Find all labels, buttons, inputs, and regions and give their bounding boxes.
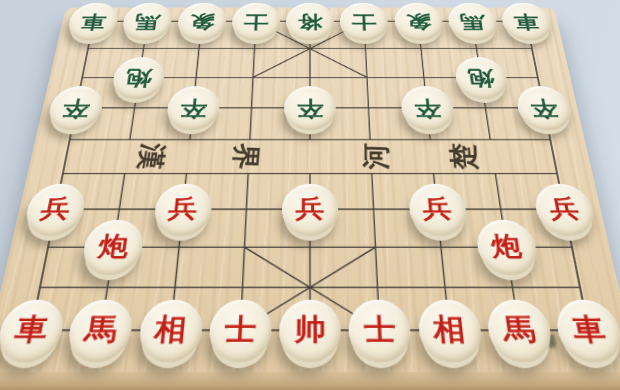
xiangqi-piece[interactable]: 卒	[514, 86, 574, 130]
piece-glyph: 車	[12, 316, 50, 346]
piece-glyph: 帅	[294, 316, 326, 346]
xiangqi-piece[interactable]: 士	[207, 300, 272, 362]
xiangqi-piece[interactable]: 馬	[65, 300, 136, 362]
xiangqi-piece[interactable]: 馬	[484, 300, 555, 362]
piece-glyph: 兵	[422, 197, 454, 222]
scene-background: 漢 界 河 楚 車馬象士将士象馬車炮炮卒卒卒卒卒兵兵兵兵兵炮炮車馬相士帅士相馬車	[0, 0, 620, 390]
piece-glyph: 卒	[61, 97, 92, 118]
xiangqi-piece[interactable]: 兵	[532, 184, 599, 236]
piece-glyph: 士	[363, 316, 396, 346]
xiangqi-piece[interactable]: 卒	[399, 86, 455, 130]
xiangqi-piece[interactable]: 兵	[407, 184, 468, 236]
piece-glyph: 象	[405, 12, 432, 30]
xiangqi-piece[interactable]: 将	[286, 3, 335, 41]
xiangqi-piece[interactable]: 相	[416, 300, 484, 362]
xiangqi-piece[interactable]: 馬	[120, 3, 173, 41]
xiangqi-piece[interactable]: 士	[231, 3, 281, 41]
xiangqi-piece[interactable]: 士	[348, 300, 413, 362]
piece-glyph: 兵	[547, 197, 581, 222]
piece-glyph: 士	[243, 12, 269, 30]
xiangqi-piece[interactable]: 車	[65, 3, 120, 41]
xiangqi-piece[interactable]: 車	[499, 3, 554, 41]
piece-glyph: 兵	[295, 197, 324, 222]
piece-glyph: 馬	[134, 12, 161, 30]
piece-glyph: 馬	[501, 316, 537, 346]
xiangqi-piece[interactable]: 炮	[110, 57, 166, 99]
piece-glyph: 卒	[413, 97, 442, 118]
piece-layer: 車馬象士将士象馬車炮炮卒卒卒卒卒兵兵兵兵兵炮炮車馬相士帅士相馬車	[0, 8, 620, 372]
xiangqi-piece[interactable]: 車	[0, 300, 67, 362]
piece-glyph: 車	[512, 12, 540, 30]
piece-glyph: 士	[351, 12, 377, 30]
piece-glyph: 相	[432, 316, 467, 346]
piece-glyph: 馬	[459, 12, 486, 30]
xiangqi-piece[interactable]: 車	[553, 300, 620, 362]
xiangqi-piece[interactable]: 士	[340, 3, 390, 41]
xiangqi-piece[interactable]: 相	[136, 300, 204, 362]
xiangqi-piece[interactable]: 帅	[279, 300, 342, 362]
piece-glyph: 将	[298, 12, 323, 30]
piece-glyph: 卒	[297, 97, 324, 118]
xiangqi-piece[interactable]: 炮	[80, 220, 146, 275]
xiangqi-piece[interactable]: 兵	[22, 184, 89, 236]
xiangqi-piece[interactable]: 兵	[152, 184, 213, 236]
xiangqi-piece[interactable]: 象	[176, 3, 228, 41]
piece-glyph: 卒	[179, 97, 208, 118]
piece-glyph: 車	[79, 12, 107, 30]
xiangqi-piece[interactable]: 卒	[45, 86, 105, 130]
xiangqi-piece[interactable]: 卒	[165, 86, 221, 130]
piece-glyph: 相	[153, 316, 188, 346]
board-front-edge	[0, 372, 620, 390]
piece-glyph: 炮	[466, 68, 495, 88]
piece-glyph: 馬	[83, 316, 119, 346]
piece-glyph: 象	[188, 12, 215, 30]
piece-glyph: 兵	[167, 197, 199, 222]
piece-glyph: 士	[223, 316, 256, 346]
xiangqi-piece[interactable]: 卒	[284, 86, 337, 130]
xiangqi-piece[interactable]: 炮	[453, 57, 509, 99]
piece-glyph: 炮	[96, 234, 130, 260]
xiangqi-piece[interactable]: 兵	[281, 184, 338, 236]
piece-glyph: 車	[570, 316, 608, 346]
piece-glyph: 炮	[490, 234, 524, 260]
piece-glyph: 卒	[529, 97, 560, 118]
piece-glyph: 炮	[125, 68, 154, 88]
xiangqi-piece[interactable]: 馬	[446, 3, 499, 41]
xiangqi-board[interactable]: 漢 界 河 楚 車馬象士将士象馬車炮炮卒卒卒卒卒兵兵兵兵兵炮炮車馬相士帅士相馬車	[0, 8, 620, 372]
piece-glyph: 兵	[39, 197, 73, 222]
xiangqi-piece[interactable]: 象	[393, 3, 445, 41]
xiangqi-piece[interactable]: 炮	[474, 220, 540, 275]
